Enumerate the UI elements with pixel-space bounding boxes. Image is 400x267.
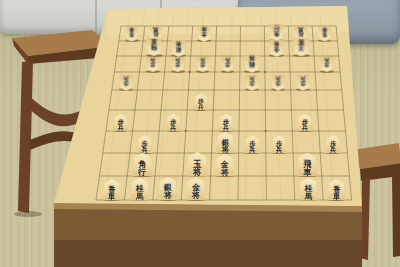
piece-kanji: 将 — [249, 55, 255, 62]
piece-kanji: 馬 — [298, 26, 303, 32]
piece-kanji: 将 — [221, 169, 229, 177]
piece-kanji: 歩 — [150, 62, 155, 67]
piece-kanji: 兵 — [302, 125, 308, 131]
piece-gold-6a[interactable]: 金将 — [197, 26, 211, 42]
shogi-scene: 香車桂馬金将角行桂馬香車飛車銀将金将王将歩兵歩兵歩兵歩兵銀将歩兵歩兵歩兵歩兵歩兵… — [0, 0, 400, 267]
piece-kanji: 兵 — [276, 147, 282, 154]
piece-kanji: 兵 — [325, 57, 330, 62]
piece-kanji: 将 — [193, 168, 201, 177]
piece-kanji: 馬 — [153, 26, 158, 32]
piece-pawn-2d[interactable]: 歩兵 — [296, 75, 310, 91]
piece-kanji: 歩 — [225, 62, 230, 67]
piece-kanji: 兵 — [250, 74, 255, 80]
piece-kanji: 兵 — [330, 147, 336, 154]
piece-kanji: 兵 — [118, 125, 124, 131]
piece-kanji: 兵 — [142, 147, 148, 154]
piece-kanji: 将 — [176, 39, 182, 45]
piece-pawn-9d[interactable]: 歩兵 — [119, 75, 133, 91]
piece-kanji: 兵 — [225, 57, 230, 62]
piece-lance-1a[interactable]: 香車 — [318, 27, 331, 42]
piece-kanji: 兵 — [175, 57, 180, 62]
piece-kanji: 車 — [129, 27, 134, 32]
piece-kanji: 飛 — [151, 45, 157, 52]
piece-kanji: 兵 — [223, 125, 229, 131]
piece-kanji: 兵 — [123, 74, 128, 80]
piece-kanji: 兵 — [200, 57, 205, 62]
piece-kanji: 将 — [202, 25, 207, 31]
piece-kanji: 将 — [274, 39, 280, 45]
piece-kanji: 兵 — [170, 125, 176, 131]
piece-kanji: 兵 — [249, 147, 255, 154]
piece-kanji: 歩 — [175, 62, 180, 67]
piece-kanji: 行 — [274, 24, 280, 30]
piece-kanji: 兵 — [198, 105, 204, 111]
piece-kanji: 兵 — [150, 57, 155, 62]
piece-kanji: 行 — [138, 168, 146, 177]
piece-kanji: 車 — [303, 168, 311, 177]
piece-pawn-4d[interactable]: 歩兵 — [245, 75, 259, 91]
piece-kanji: 将 — [164, 192, 172, 200]
piece-kanji: 馬 — [305, 193, 313, 201]
piece-kanji: 将 — [222, 146, 229, 154]
piece-kanji: 車 — [151, 38, 157, 45]
piece-kanji: 車 — [322, 27, 327, 32]
piece-kanji: 車 — [108, 193, 115, 201]
piece-pawn-3d[interactable]: 歩兵 — [271, 75, 285, 91]
piece-kanji: 歩 — [325, 62, 330, 67]
piece-kanji: 車 — [333, 193, 340, 201]
piece-gold-3b[interactable]: 金将 — [269, 40, 284, 57]
piece-kanji: 兵 — [275, 74, 280, 80]
piece-kanji: 兵 — [300, 74, 305, 80]
table-front-shade — [54, 240, 362, 267]
piece-kanji: 将 — [298, 38, 304, 45]
piece-silver-7b[interactable]: 銀将 — [171, 40, 186, 57]
piece-kanji: 馬 — [136, 193, 144, 201]
piece-kanji: 将 — [192, 192, 200, 200]
piece-kanji: 歩 — [200, 62, 205, 67]
